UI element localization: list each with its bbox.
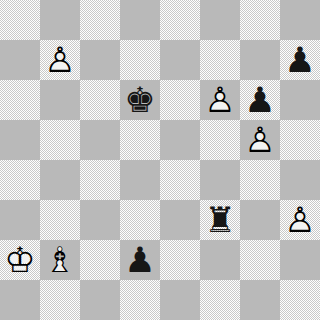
square-a3[interactable] [0,200,40,240]
square-e1[interactable] [160,280,200,320]
square-b4[interactable] [40,160,80,200]
piece-outline: ♗ [40,240,80,280]
square-e5[interactable] [160,120,200,160]
square-d3[interactable] [120,200,160,240]
chess-board: ♟♙♟♚♟♙♟♟♙♜♟♙♚♔♝♗♟ [0,0,320,320]
square-c7[interactable] [80,40,120,80]
square-g1[interactable] [240,280,280,320]
black-rook[interactable]: ♜ [200,200,240,240]
square-g7[interactable] [240,40,280,80]
square-g3[interactable] [240,200,280,240]
square-a1[interactable] [0,280,40,320]
square-f8[interactable] [200,0,240,40]
square-g2[interactable] [240,240,280,280]
white-pawn[interactable]: ♟♙ [200,80,240,120]
square-g8[interactable] [240,0,280,40]
square-e3[interactable] [160,200,200,240]
square-c6[interactable] [80,80,120,120]
white-bishop[interactable]: ♝♗ [40,240,80,280]
square-d8[interactable] [120,0,160,40]
square-b1[interactable] [40,280,80,320]
square-g4[interactable] [240,160,280,200]
square-h3[interactable]: ♟♙ [280,200,320,240]
piece-outline: ♙ [40,40,80,80]
square-b3[interactable] [40,200,80,240]
square-h1[interactable] [280,280,320,320]
square-a2[interactable]: ♚♔ [0,240,40,280]
square-a4[interactable] [0,160,40,200]
square-c1[interactable] [80,280,120,320]
square-g5[interactable]: ♟♙ [240,120,280,160]
square-g6[interactable]: ♟ [240,80,280,120]
white-pawn[interactable]: ♟♙ [40,40,80,80]
square-h6[interactable] [280,80,320,120]
square-a7[interactable] [0,40,40,80]
square-c3[interactable] [80,200,120,240]
square-h7[interactable]: ♟ [280,40,320,80]
square-h8[interactable] [280,0,320,40]
square-e6[interactable] [160,80,200,120]
square-a6[interactable] [0,80,40,120]
square-f4[interactable] [200,160,240,200]
white-pawn[interactable]: ♟♙ [240,120,280,160]
square-a5[interactable] [0,120,40,160]
square-b8[interactable] [40,0,80,40]
square-e4[interactable] [160,160,200,200]
black-pawn[interactable]: ♟ [120,240,160,280]
square-a8[interactable] [0,0,40,40]
square-d6[interactable]: ♚ [120,80,160,120]
square-d7[interactable] [120,40,160,80]
square-d1[interactable] [120,280,160,320]
square-c8[interactable] [80,0,120,40]
square-h4[interactable] [280,160,320,200]
white-king[interactable]: ♚♔ [0,240,40,280]
square-d2[interactable]: ♟ [120,240,160,280]
square-d5[interactable] [120,120,160,160]
black-pawn[interactable]: ♟ [280,40,320,80]
piece-outline: ♙ [280,200,320,240]
piece-outline: ♙ [200,80,240,120]
square-f6[interactable]: ♟♙ [200,80,240,120]
square-b6[interactable] [40,80,80,120]
square-h5[interactable] [280,120,320,160]
square-f2[interactable] [200,240,240,280]
square-e7[interactable] [160,40,200,80]
black-pawn[interactable]: ♟ [240,80,280,120]
square-e8[interactable] [160,0,200,40]
square-f5[interactable] [200,120,240,160]
square-c4[interactable] [80,160,120,200]
square-d4[interactable] [120,160,160,200]
square-b7[interactable]: ♟♙ [40,40,80,80]
square-f3[interactable]: ♜ [200,200,240,240]
piece-outline: ♔ [0,240,40,280]
square-b2[interactable]: ♝♗ [40,240,80,280]
square-e2[interactable] [160,240,200,280]
square-c5[interactable] [80,120,120,160]
square-f1[interactable] [200,280,240,320]
square-c2[interactable] [80,240,120,280]
white-pawn[interactable]: ♟♙ [280,200,320,240]
square-b5[interactable] [40,120,80,160]
square-h2[interactable] [280,240,320,280]
square-f7[interactable] [200,40,240,80]
black-king[interactable]: ♚ [120,80,160,120]
piece-outline: ♙ [240,120,280,160]
